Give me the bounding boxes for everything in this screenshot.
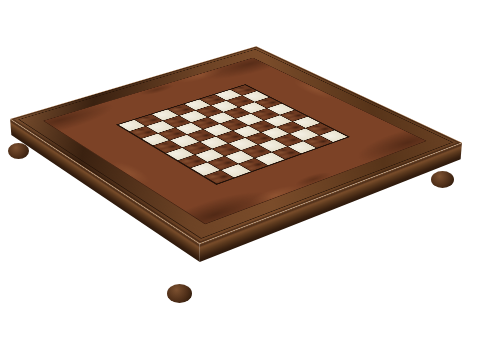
burl-border (43, 58, 427, 225)
board-top-face (10, 46, 462, 243)
product-photo-canvas (0, 0, 480, 339)
board-3d-scene (0, 0, 480, 339)
playing-field (116, 84, 350, 185)
chess-board (11, 61, 460, 262)
